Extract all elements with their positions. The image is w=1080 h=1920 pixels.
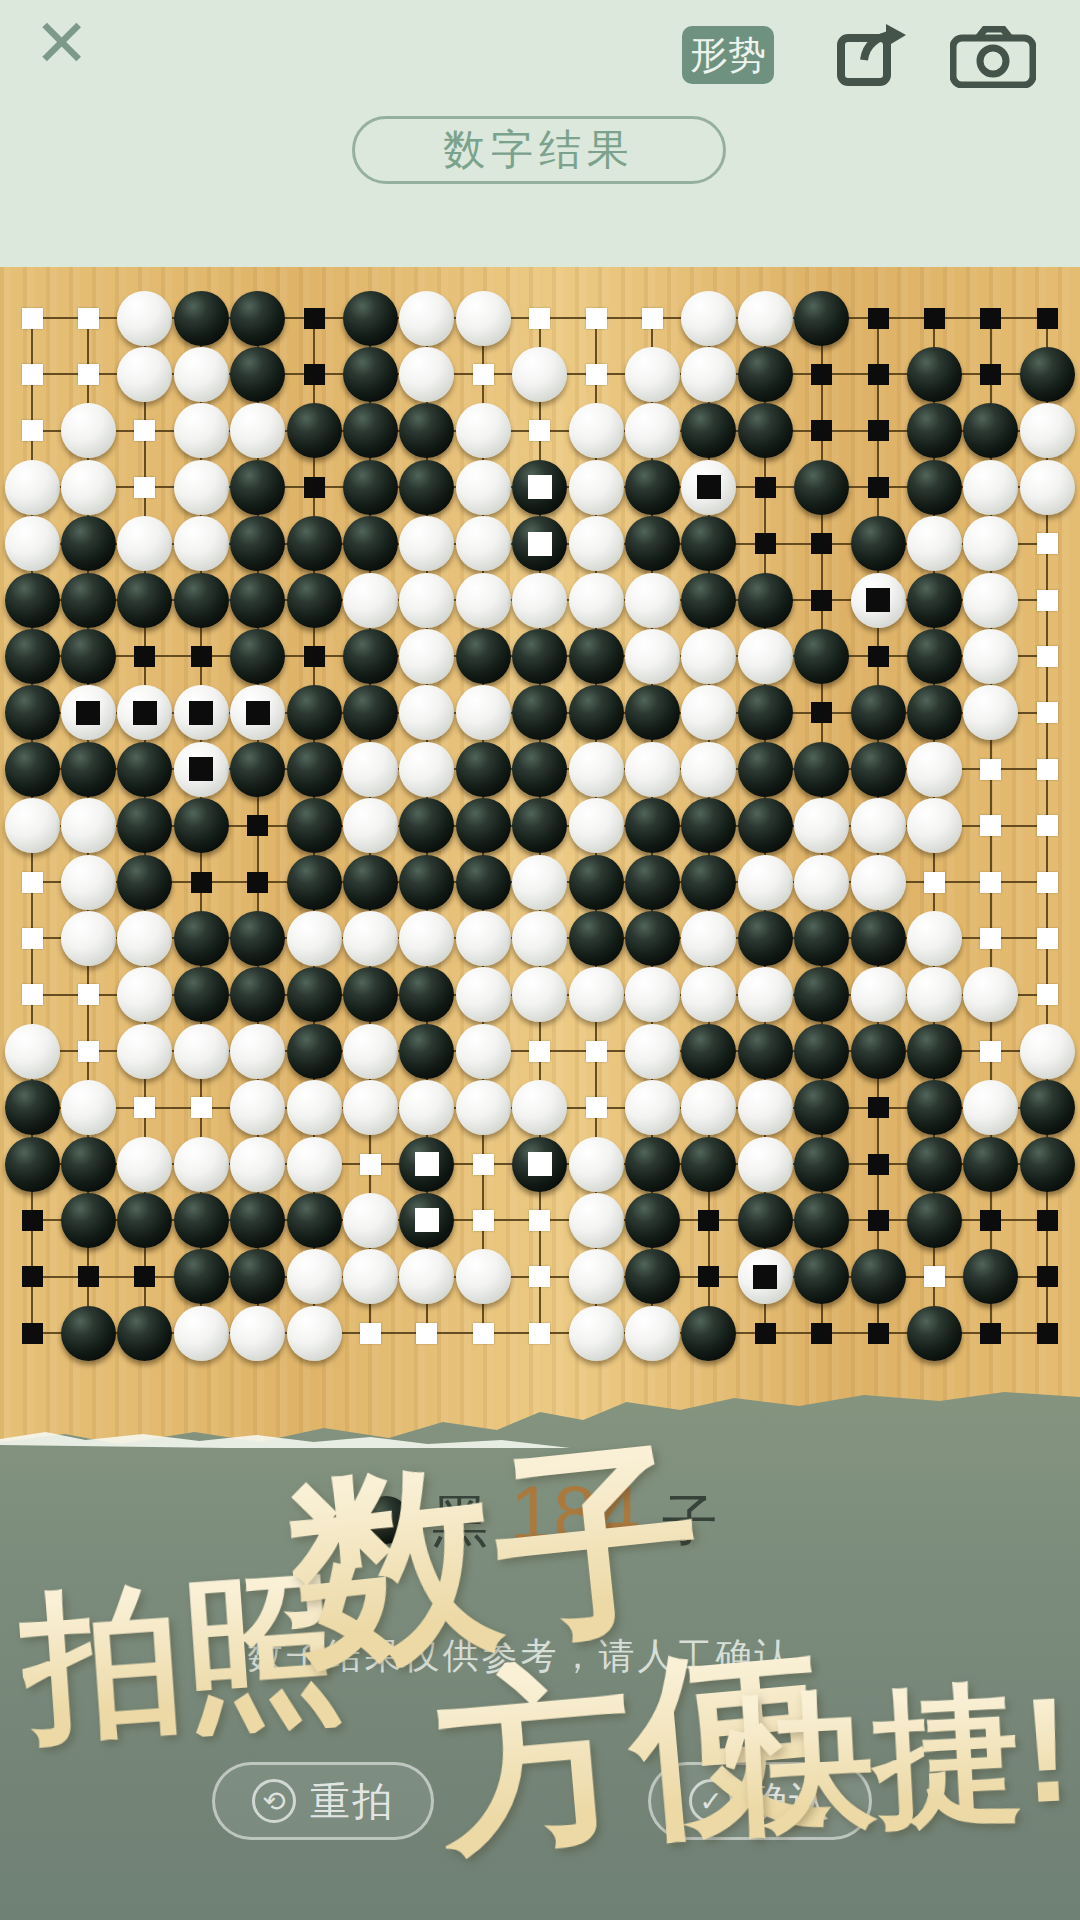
stone-white[interactable]	[174, 1306, 229, 1361]
stone-white[interactable]	[399, 1080, 454, 1135]
stone-white[interactable]	[738, 291, 793, 346]
stone-black[interactable]	[230, 629, 285, 684]
stone-white[interactable]	[174, 742, 229, 797]
stone-black[interactable]	[738, 911, 793, 966]
black-territory-marker[interactable]	[811, 702, 832, 723]
white-territory-marker[interactable]	[78, 308, 99, 329]
stone-white[interactable]	[738, 967, 793, 1022]
stone-white[interactable]	[399, 629, 454, 684]
stone-white[interactable]	[343, 1193, 398, 1248]
stone-black[interactable]	[963, 403, 1018, 458]
stone-black[interactable]	[230, 911, 285, 966]
stone-black[interactable]	[399, 403, 454, 458]
stone-black[interactable]	[569, 911, 624, 966]
stone-white[interactable]	[399, 347, 454, 402]
stone-white[interactable]	[625, 1080, 680, 1135]
stone-white[interactable]	[399, 291, 454, 346]
stone-black[interactable]	[61, 1306, 116, 1361]
stone-black[interactable]	[117, 798, 172, 853]
white-territory-marker[interactable]	[134, 420, 155, 441]
black-territory-marker[interactable]	[924, 308, 945, 329]
stone-white[interactable]	[963, 516, 1018, 571]
stone-black[interactable]	[625, 855, 680, 910]
stone-black[interactable]	[512, 516, 567, 571]
black-territory-marker[interactable]	[698, 1266, 719, 1287]
stone-black[interactable]	[738, 685, 793, 740]
stone-white[interactable]	[681, 347, 736, 402]
stone-white[interactable]	[5, 798, 60, 853]
stone-white[interactable]	[399, 685, 454, 740]
black-territory-marker[interactable]	[134, 1266, 155, 1287]
black-territory-marker[interactable]	[811, 420, 832, 441]
stone-black[interactable]	[456, 798, 511, 853]
stone-black[interactable]	[230, 967, 285, 1022]
stone-black[interactable]	[399, 855, 454, 910]
stone-black[interactable]	[5, 629, 60, 684]
white-territory-marker[interactable]	[22, 984, 43, 1005]
stone-black[interactable]	[794, 1024, 849, 1079]
stone-white[interactable]	[343, 1080, 398, 1135]
white-territory-marker[interactable]	[360, 1323, 381, 1344]
stone-black[interactable]	[174, 798, 229, 853]
stone-white[interactable]	[681, 629, 736, 684]
stone-black[interactable]	[5, 573, 60, 628]
black-territory-marker[interactable]	[304, 364, 325, 385]
stone-black[interactable]	[61, 516, 116, 571]
stone-black[interactable]	[794, 911, 849, 966]
stone-black[interactable]	[625, 685, 680, 740]
stone-white[interactable]	[625, 629, 680, 684]
black-territory-marker[interactable]	[811, 364, 832, 385]
stone-black[interactable]	[61, 1137, 116, 1192]
stone-white[interactable]	[5, 460, 60, 515]
stone-white[interactable]	[512, 967, 567, 1022]
stone-black[interactable]	[399, 798, 454, 853]
stone-white[interactable]	[61, 403, 116, 458]
black-territory-marker[interactable]	[755, 1323, 776, 1344]
white-territory-marker[interactable]	[529, 1210, 550, 1231]
stone-black[interactable]	[738, 742, 793, 797]
stone-black[interactable]	[794, 1137, 849, 1192]
stone-black[interactable]	[61, 573, 116, 628]
stone-white[interactable]	[681, 291, 736, 346]
black-territory-marker[interactable]	[755, 477, 776, 498]
stone-black[interactable]	[794, 629, 849, 684]
stone-black[interactable]	[230, 573, 285, 628]
stone-white[interactable]	[512, 1080, 567, 1135]
black-territory-marker[interactable]	[980, 1210, 1001, 1231]
stone-white[interactable]	[287, 1249, 342, 1304]
black-territory-marker[interactable]	[191, 646, 212, 667]
white-territory-marker[interactable]	[78, 364, 99, 385]
stone-white[interactable]	[569, 798, 624, 853]
black-territory-marker[interactable]	[868, 308, 889, 329]
black-territory-marker[interactable]	[980, 308, 1001, 329]
stone-black[interactable]	[907, 685, 962, 740]
white-territory-marker[interactable]	[1037, 759, 1058, 780]
black-territory-marker[interactable]	[868, 1097, 889, 1118]
stone-black[interactable]	[61, 1193, 116, 1248]
stone-white[interactable]	[569, 1137, 624, 1192]
white-territory-marker[interactable]	[78, 1041, 99, 1062]
stone-black[interactable]	[343, 855, 398, 910]
stone-white[interactable]	[456, 911, 511, 966]
stone-black[interactable]	[230, 516, 285, 571]
black-territory-marker[interactable]	[22, 1266, 43, 1287]
white-territory-marker[interactable]	[924, 1266, 945, 1287]
stone-white[interactable]	[343, 798, 398, 853]
stone-white[interactable]	[456, 685, 511, 740]
stone-black[interactable]	[230, 1249, 285, 1304]
stone-black[interactable]	[230, 1193, 285, 1248]
stone-black[interactable]	[174, 967, 229, 1022]
stone-white[interactable]	[569, 1193, 624, 1248]
stone-black[interactable]	[456, 855, 511, 910]
stone-white[interactable]	[399, 516, 454, 571]
stone-white[interactable]	[230, 1137, 285, 1192]
black-territory-marker[interactable]	[868, 646, 889, 667]
white-territory-marker[interactable]	[1037, 646, 1058, 667]
stone-black[interactable]	[512, 742, 567, 797]
stone-black[interactable]	[681, 798, 736, 853]
stone-white[interactable]	[625, 742, 680, 797]
stone-black[interactable]	[907, 1024, 962, 1079]
stone-black[interactable]	[343, 347, 398, 402]
white-territory-marker[interactable]	[473, 1210, 494, 1231]
stone-black[interactable]	[399, 1193, 454, 1248]
black-territory-marker[interactable]	[811, 590, 832, 611]
stone-white[interactable]	[794, 855, 849, 910]
close-button[interactable]: ✕	[34, 10, 89, 76]
white-territory-marker[interactable]	[529, 420, 550, 441]
stone-black[interactable]	[738, 573, 793, 628]
stone-white[interactable]	[174, 1024, 229, 1079]
stone-black[interactable]	[287, 1193, 342, 1248]
stone-white[interactable]	[174, 1137, 229, 1192]
stone-white[interactable]	[963, 629, 1018, 684]
stone-black[interactable]	[174, 1249, 229, 1304]
stone-white[interactable]	[230, 685, 285, 740]
stone-white[interactable]	[230, 1306, 285, 1361]
stone-white[interactable]	[61, 798, 116, 853]
stone-black[interactable]	[794, 291, 849, 346]
stone-white[interactable]	[117, 291, 172, 346]
stone-black[interactable]	[907, 1306, 962, 1361]
stone-black[interactable]	[738, 798, 793, 853]
white-territory-marker[interactable]	[980, 815, 1001, 836]
stone-black[interactable]	[851, 1249, 906, 1304]
stone-white[interactable]	[963, 1080, 1018, 1135]
stone-white[interactable]	[963, 685, 1018, 740]
white-territory-marker[interactable]	[980, 759, 1001, 780]
stone-black[interactable]	[851, 685, 906, 740]
white-territory-marker[interactable]	[529, 1041, 550, 1062]
stone-black[interactable]	[794, 742, 849, 797]
white-territory-marker[interactable]	[1037, 533, 1058, 554]
white-territory-marker[interactable]	[473, 1154, 494, 1175]
black-territory-marker[interactable]	[134, 646, 155, 667]
black-territory-marker[interactable]	[698, 1210, 719, 1231]
stone-black[interactable]	[343, 685, 398, 740]
stone-white[interactable]	[61, 855, 116, 910]
stone-black[interactable]	[851, 911, 906, 966]
stone-white[interactable]	[681, 967, 736, 1022]
stone-black[interactable]	[287, 1024, 342, 1079]
stone-white[interactable]	[343, 1249, 398, 1304]
stone-black[interactable]	[512, 629, 567, 684]
black-territory-marker[interactable]	[22, 1210, 43, 1231]
stone-white[interactable]	[794, 798, 849, 853]
black-territory-marker[interactable]	[1037, 308, 1058, 329]
stone-black[interactable]	[963, 1249, 1018, 1304]
stone-white[interactable]	[907, 516, 962, 571]
stone-white[interactable]	[681, 1080, 736, 1135]
stone-black[interactable]	[625, 1193, 680, 1248]
stone-white[interactable]	[907, 798, 962, 853]
black-territory-marker[interactable]	[868, 477, 889, 498]
stone-black[interactable]	[512, 1137, 567, 1192]
stone-white[interactable]	[681, 460, 736, 515]
stone-black[interactable]	[287, 742, 342, 797]
stone-white[interactable]	[456, 1249, 511, 1304]
stone-white[interactable]	[117, 1137, 172, 1192]
stone-white[interactable]	[569, 460, 624, 515]
stone-white[interactable]	[625, 403, 680, 458]
white-territory-marker[interactable]	[1037, 702, 1058, 723]
stone-black[interactable]	[851, 1024, 906, 1079]
stone-white[interactable]	[907, 967, 962, 1022]
stone-black[interactable]	[61, 629, 116, 684]
stone-white[interactable]	[1020, 460, 1075, 515]
stone-white[interactable]	[1020, 1024, 1075, 1079]
stone-black[interactable]	[343, 403, 398, 458]
stone-black[interactable]	[230, 742, 285, 797]
stone-black[interactable]	[399, 967, 454, 1022]
white-territory-marker[interactable]	[980, 1041, 1001, 1062]
share-icon[interactable]	[836, 22, 906, 88]
stone-white[interactable]	[117, 685, 172, 740]
stone-black[interactable]	[907, 460, 962, 515]
white-territory-marker[interactable]	[360, 1154, 381, 1175]
black-territory-marker[interactable]	[1037, 1210, 1058, 1231]
stone-white[interactable]	[117, 967, 172, 1022]
stone-white[interactable]	[569, 1306, 624, 1361]
white-territory-marker[interactable]	[416, 1323, 437, 1344]
white-territory-marker[interactable]	[1037, 872, 1058, 893]
stone-white[interactable]	[963, 573, 1018, 628]
black-territory-marker[interactable]	[868, 1154, 889, 1175]
stone-white[interactable]	[174, 347, 229, 402]
white-territory-marker[interactable]	[1037, 984, 1058, 1005]
white-territory-marker[interactable]	[529, 1323, 550, 1344]
stone-white[interactable]	[456, 967, 511, 1022]
stone-black[interactable]	[174, 291, 229, 346]
stone-black[interactable]	[907, 573, 962, 628]
stone-black[interactable]	[399, 1024, 454, 1079]
stone-black[interactable]	[343, 460, 398, 515]
stone-black[interactable]	[287, 403, 342, 458]
stone-black[interactable]	[681, 1137, 736, 1192]
stone-black[interactable]	[174, 573, 229, 628]
white-territory-marker[interactable]	[1037, 590, 1058, 611]
stone-black[interactable]	[5, 1137, 60, 1192]
stone-white[interactable]	[963, 967, 1018, 1022]
stone-white[interactable]	[5, 516, 60, 571]
white-territory-marker[interactable]	[586, 364, 607, 385]
stone-white[interactable]	[738, 629, 793, 684]
stone-black[interactable]	[343, 629, 398, 684]
stone-white[interactable]	[1020, 403, 1075, 458]
black-territory-marker[interactable]	[22, 1323, 43, 1344]
black-territory-marker[interactable]	[304, 308, 325, 329]
black-territory-marker[interactable]	[811, 1323, 832, 1344]
stone-black[interactable]	[5, 685, 60, 740]
stone-black[interactable]	[625, 460, 680, 515]
stone-white[interactable]	[512, 573, 567, 628]
stone-black[interactable]	[794, 1193, 849, 1248]
black-territory-marker[interactable]	[191, 872, 212, 893]
stone-black[interactable]	[625, 911, 680, 966]
stone-white[interactable]	[512, 347, 567, 402]
stone-black[interactable]	[287, 967, 342, 1022]
stone-white[interactable]	[399, 1249, 454, 1304]
white-territory-marker[interactable]	[924, 872, 945, 893]
stone-black[interactable]	[569, 629, 624, 684]
stone-black[interactable]	[287, 685, 342, 740]
stone-black[interactable]	[512, 798, 567, 853]
stone-white[interactable]	[569, 967, 624, 1022]
stone-black[interactable]	[907, 347, 962, 402]
stone-white[interactable]	[456, 403, 511, 458]
stone-white[interactable]	[681, 911, 736, 966]
stone-white[interactable]	[512, 911, 567, 966]
stone-white[interactable]	[512, 855, 567, 910]
white-territory-marker[interactable]	[191, 1097, 212, 1118]
stone-white[interactable]	[569, 1249, 624, 1304]
stone-black[interactable]	[907, 1080, 962, 1135]
stone-white[interactable]	[61, 911, 116, 966]
stone-white[interactable]	[174, 460, 229, 515]
stone-white[interactable]	[569, 403, 624, 458]
black-territory-marker[interactable]	[78, 1266, 99, 1287]
stone-black[interactable]	[569, 685, 624, 740]
stone-black[interactable]	[230, 460, 285, 515]
stone-white[interactable]	[174, 685, 229, 740]
black-territory-marker[interactable]	[1037, 1323, 1058, 1344]
stone-white[interactable]	[569, 516, 624, 571]
stone-black[interactable]	[681, 855, 736, 910]
white-territory-marker[interactable]	[473, 364, 494, 385]
stone-black[interactable]	[1020, 1137, 1075, 1192]
stone-black[interactable]	[963, 1137, 1018, 1192]
stone-black[interactable]	[569, 855, 624, 910]
stone-black[interactable]	[681, 1306, 736, 1361]
black-territory-marker[interactable]	[304, 646, 325, 667]
white-territory-marker[interactable]	[980, 928, 1001, 949]
stone-black[interactable]	[5, 1080, 60, 1135]
white-territory-marker[interactable]	[529, 308, 550, 329]
stone-white[interactable]	[681, 685, 736, 740]
stone-white[interactable]	[963, 460, 1018, 515]
white-territory-marker[interactable]	[78, 984, 99, 1005]
stone-black[interactable]	[174, 911, 229, 966]
stone-black[interactable]	[794, 460, 849, 515]
stone-black[interactable]	[343, 291, 398, 346]
stone-black[interactable]	[681, 1024, 736, 1079]
stone-black[interactable]	[117, 742, 172, 797]
white-territory-marker[interactable]	[22, 420, 43, 441]
white-territory-marker[interactable]	[22, 872, 43, 893]
stone-white[interactable]	[625, 1024, 680, 1079]
stone-black[interactable]	[738, 1193, 793, 1248]
stone-white[interactable]	[343, 573, 398, 628]
stone-black[interactable]	[907, 403, 962, 458]
stone-black[interactable]	[5, 742, 60, 797]
stone-black[interactable]	[625, 516, 680, 571]
stone-black[interactable]	[907, 629, 962, 684]
number-result-pill[interactable]: 数字结果	[352, 116, 726, 184]
stone-black[interactable]	[1020, 1080, 1075, 1135]
stone-black[interactable]	[230, 347, 285, 402]
white-territory-marker[interactable]	[22, 928, 43, 949]
stone-white[interactable]	[569, 573, 624, 628]
stone-white[interactable]	[851, 855, 906, 910]
stone-white[interactable]	[456, 291, 511, 346]
stone-white[interactable]	[851, 798, 906, 853]
black-territory-marker[interactable]	[868, 364, 889, 385]
stone-white[interactable]	[399, 573, 454, 628]
black-territory-marker[interactable]	[980, 1323, 1001, 1344]
stone-black[interactable]	[794, 1080, 849, 1135]
stone-white[interactable]	[907, 742, 962, 797]
black-territory-marker[interactable]	[980, 364, 1001, 385]
stone-white[interactable]	[287, 1306, 342, 1361]
stone-white[interactable]	[456, 573, 511, 628]
stone-black[interactable]	[287, 798, 342, 853]
stone-black[interactable]	[738, 1024, 793, 1079]
stone-white[interactable]	[343, 742, 398, 797]
stone-white[interactable]	[117, 516, 172, 571]
white-territory-marker[interactable]	[134, 1097, 155, 1118]
stone-white[interactable]	[738, 1137, 793, 1192]
stone-white[interactable]	[625, 967, 680, 1022]
stone-white[interactable]	[851, 573, 906, 628]
go-board[interactable]	[0, 267, 1080, 1455]
white-territory-marker[interactable]	[473, 1323, 494, 1344]
white-territory-marker[interactable]	[22, 308, 43, 329]
stone-white[interactable]	[399, 911, 454, 966]
stone-white[interactable]	[343, 1024, 398, 1079]
situation-button[interactable]: 形势	[682, 26, 774, 84]
stone-white[interactable]	[738, 855, 793, 910]
camera-icon[interactable]	[950, 26, 1036, 88]
stone-black[interactable]	[343, 516, 398, 571]
stone-black[interactable]	[681, 573, 736, 628]
white-territory-marker[interactable]	[134, 477, 155, 498]
stone-white[interactable]	[174, 403, 229, 458]
stone-black[interactable]	[681, 516, 736, 571]
stone-black[interactable]	[907, 1193, 962, 1248]
black-territory-marker[interactable]	[755, 533, 776, 554]
stone-black[interactable]	[738, 403, 793, 458]
stone-black[interactable]	[287, 573, 342, 628]
stone-black[interactable]	[399, 1137, 454, 1192]
stone-white[interactable]	[456, 516, 511, 571]
stone-white[interactable]	[61, 685, 116, 740]
stone-white[interactable]	[287, 1080, 342, 1135]
stone-white[interactable]	[625, 573, 680, 628]
stone-black[interactable]	[625, 1249, 680, 1304]
